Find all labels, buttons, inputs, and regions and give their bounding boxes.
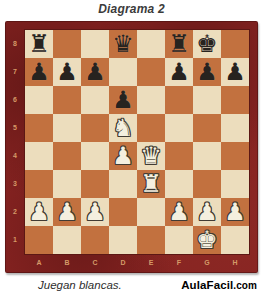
square-d5[interactable]: ♞ bbox=[109, 114, 137, 142]
file-label-b: B bbox=[53, 254, 81, 271]
rank-label-5: 5 bbox=[5, 114, 25, 142]
brand-tld: .com bbox=[233, 280, 257, 291]
file-label-h: H bbox=[221, 254, 249, 271]
square-b1[interactable] bbox=[53, 226, 81, 254]
file-label-c: C bbox=[81, 254, 109, 271]
diagram-title: Diagrama 2 bbox=[0, 2, 263, 16]
square-h7[interactable]: ♟ bbox=[221, 58, 249, 86]
square-d8[interactable]: ♛ bbox=[109, 30, 137, 58]
square-c2[interactable]: ♟ bbox=[81, 198, 109, 226]
square-e2[interactable] bbox=[137, 198, 165, 226]
square-c7[interactable]: ♟ bbox=[81, 58, 109, 86]
square-a7[interactable]: ♟ bbox=[25, 58, 53, 86]
square-g1[interactable]: ♚ bbox=[193, 226, 221, 254]
file-label-d: D bbox=[109, 254, 137, 271]
piece-black-pawn: ♟ bbox=[168, 58, 190, 86]
square-b2[interactable]: ♟ bbox=[53, 198, 81, 226]
square-e8[interactable] bbox=[137, 30, 165, 58]
square-h1[interactable] bbox=[221, 226, 249, 254]
square-g7[interactable]: ♟ bbox=[193, 58, 221, 86]
square-f5[interactable] bbox=[165, 114, 193, 142]
square-g8[interactable]: ♚ bbox=[193, 30, 221, 58]
piece-white-pawn: ♟ bbox=[84, 198, 106, 226]
piece-white-pawn: ♟ bbox=[112, 142, 134, 170]
square-c1[interactable] bbox=[81, 226, 109, 254]
piece-black-rook: ♜ bbox=[168, 30, 190, 58]
square-b6[interactable] bbox=[53, 86, 81, 114]
piece-black-pawn: ♟ bbox=[84, 58, 106, 86]
square-b7[interactable]: ♟ bbox=[53, 58, 81, 86]
rank-label-6: 6 bbox=[5, 86, 25, 114]
square-h5[interactable] bbox=[221, 114, 249, 142]
rank-label-3: 3 bbox=[5, 170, 25, 198]
file-label-a: A bbox=[25, 254, 53, 271]
square-c3[interactable] bbox=[81, 170, 109, 198]
square-d6[interactable]: ♟ bbox=[109, 86, 137, 114]
rank-label-8: 8 bbox=[5, 30, 25, 58]
square-a2[interactable]: ♟ bbox=[25, 198, 53, 226]
square-e3[interactable]: ♜ bbox=[137, 170, 165, 198]
file-label-f: F bbox=[165, 254, 193, 271]
square-c4[interactable] bbox=[81, 142, 109, 170]
square-e1[interactable] bbox=[137, 226, 165, 254]
square-c6[interactable] bbox=[81, 86, 109, 114]
square-f3[interactable] bbox=[165, 170, 193, 198]
square-a6[interactable] bbox=[25, 86, 53, 114]
piece-white-pawn: ♟ bbox=[224, 198, 246, 226]
square-h3[interactable] bbox=[221, 170, 249, 198]
board-frame: 87654321 ♜♛♜♚♟♟♟♟♟♟♟♞♟♛♜♟♟♟♟♟♟♚ ABCDEFGH bbox=[5, 21, 258, 273]
piece-white-king: ♚ bbox=[196, 226, 218, 254]
square-e4[interactable]: ♛ bbox=[137, 142, 165, 170]
piece-white-rook: ♜ bbox=[140, 170, 162, 198]
file-labels: ABCDEFGH bbox=[25, 254, 249, 271]
square-a5[interactable] bbox=[25, 114, 53, 142]
square-g2[interactable]: ♟ bbox=[193, 198, 221, 226]
square-f2[interactable]: ♟ bbox=[165, 198, 193, 226]
square-f8[interactable]: ♜ bbox=[165, 30, 193, 58]
square-a3[interactable] bbox=[25, 170, 53, 198]
caption-row: Juegan blancas. AulaFacil.com bbox=[0, 276, 263, 294]
square-h8[interactable] bbox=[221, 30, 249, 58]
piece-black-pawn: ♟ bbox=[196, 58, 218, 86]
square-f1[interactable] bbox=[165, 226, 193, 254]
brand-name: AulaFacil bbox=[181, 279, 233, 291]
square-e6[interactable] bbox=[137, 86, 165, 114]
piece-black-pawn: ♟ bbox=[224, 58, 246, 86]
square-a8[interactable]: ♜ bbox=[25, 30, 53, 58]
square-f6[interactable] bbox=[165, 86, 193, 114]
square-g5[interactable] bbox=[193, 114, 221, 142]
square-d2[interactable] bbox=[109, 198, 137, 226]
square-d1[interactable] bbox=[109, 226, 137, 254]
square-g6[interactable] bbox=[193, 86, 221, 114]
square-h4[interactable] bbox=[221, 142, 249, 170]
square-d7[interactable] bbox=[109, 58, 137, 86]
rank-label-2: 2 bbox=[5, 198, 25, 226]
square-b8[interactable] bbox=[53, 30, 81, 58]
square-b3[interactable] bbox=[53, 170, 81, 198]
square-c8[interactable] bbox=[81, 30, 109, 58]
piece-black-pawn: ♟ bbox=[56, 58, 78, 86]
piece-black-king: ♚ bbox=[196, 30, 218, 58]
square-c5[interactable] bbox=[81, 114, 109, 142]
piece-black-pawn: ♟ bbox=[112, 86, 134, 114]
square-d4[interactable]: ♟ bbox=[109, 142, 137, 170]
piece-black-pawn: ♟ bbox=[28, 58, 50, 86]
piece-black-rook: ♜ bbox=[28, 30, 50, 58]
square-e7[interactable] bbox=[137, 58, 165, 86]
piece-black-queen: ♛ bbox=[112, 30, 134, 58]
piece-white-pawn: ♟ bbox=[56, 198, 78, 226]
brand-logo: AulaFacil.com bbox=[181, 279, 257, 291]
square-d3[interactable] bbox=[109, 170, 137, 198]
square-a4[interactable] bbox=[25, 142, 53, 170]
rank-labels: 87654321 bbox=[5, 30, 25, 254]
chess-diagram: Diagrama 2 87654321 ♜♛♜♚♟♟♟♟♟♟♟♞♟♛♜♟♟♟♟♟… bbox=[0, 0, 263, 294]
square-g3[interactable] bbox=[193, 170, 221, 198]
square-e5[interactable] bbox=[137, 114, 165, 142]
piece-white-queen: ♛ bbox=[140, 142, 162, 170]
rank-label-7: 7 bbox=[5, 58, 25, 86]
piece-white-pawn: ♟ bbox=[28, 198, 50, 226]
square-a1[interactable] bbox=[25, 226, 53, 254]
board: ♜♛♜♚♟♟♟♟♟♟♟♞♟♛♜♟♟♟♟♟♟♚ bbox=[25, 30, 249, 254]
file-label-g: G bbox=[193, 254, 221, 271]
square-h6[interactable] bbox=[221, 86, 249, 114]
square-g4[interactable] bbox=[193, 142, 221, 170]
side-to-move-caption: Juegan blancas. bbox=[38, 279, 122, 291]
rank-label-4: 4 bbox=[5, 142, 25, 170]
piece-white-pawn: ♟ bbox=[168, 198, 190, 226]
square-f7[interactable]: ♟ bbox=[165, 58, 193, 86]
rank-label-1: 1 bbox=[5, 226, 25, 254]
square-b5[interactable] bbox=[53, 114, 81, 142]
piece-white-pawn: ♟ bbox=[196, 198, 218, 226]
square-b4[interactable] bbox=[53, 142, 81, 170]
file-label-e: E bbox=[137, 254, 165, 271]
square-f4[interactable] bbox=[165, 142, 193, 170]
piece-white-knight: ♞ bbox=[112, 114, 134, 142]
square-h2[interactable]: ♟ bbox=[221, 198, 249, 226]
